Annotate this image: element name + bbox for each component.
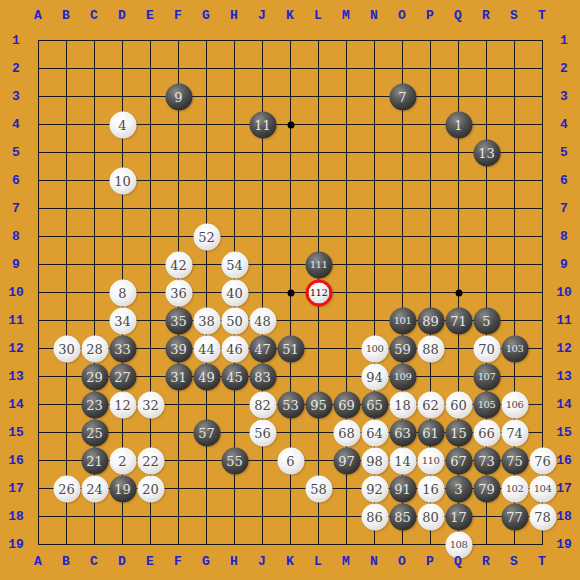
col-label-d-bottom: D <box>118 554 126 569</box>
row-label-18-right: 18 <box>556 509 572 524</box>
row-label-10-right: 10 <box>556 285 572 300</box>
stone-white-n15: 64 <box>361 419 388 446</box>
stone-white-n12: 100 <box>361 335 388 362</box>
col-label-j-top: J <box>258 8 266 23</box>
row-label-4-right: 4 <box>560 117 568 132</box>
stone-black-p15: 61 <box>417 419 444 446</box>
row-label-9-left: 9 <box>12 257 20 272</box>
stone-black-l9: 111 <box>305 251 332 278</box>
row-label-8-right: 8 <box>560 229 568 244</box>
row-label-9-right: 9 <box>560 257 568 272</box>
stone-white-m15: 68 <box>333 419 360 446</box>
stone-black-q16: 67 <box>445 447 472 474</box>
row-label-10-left: 10 <box>8 285 24 300</box>
stone-white-h9: 54 <box>221 251 248 278</box>
stone-white-b17: 26 <box>53 475 80 502</box>
stone-white-n13: 94 <box>361 363 388 390</box>
stone-black-r14: 105 <box>473 391 500 418</box>
stone-black-c13: 29 <box>81 363 108 390</box>
row-label-19-left: 19 <box>8 537 24 552</box>
stone-white-p16: 110 <box>417 447 444 474</box>
stone-white-s14: 106 <box>501 391 528 418</box>
stone-black-d13: 27 <box>109 363 136 390</box>
stone-black-m14: 69 <box>333 391 360 418</box>
col-label-l-bottom: L <box>314 554 322 569</box>
stone-white-t16: 76 <box>529 447 556 474</box>
stone-white-j11: 48 <box>249 307 276 334</box>
stone-white-p18: 80 <box>417 503 444 530</box>
row-label-16-left: 16 <box>8 453 24 468</box>
col-label-t-top: T <box>538 8 546 23</box>
stone-black-c16: 21 <box>81 447 108 474</box>
col-label-q-top: Q <box>454 8 462 23</box>
col-label-c-top: C <box>90 8 98 23</box>
stone-white-d4: 4 <box>109 111 136 138</box>
col-label-e-bottom: E <box>146 554 154 569</box>
stone-white-c12: 28 <box>81 335 108 362</box>
col-label-t-bottom: T <box>538 554 546 569</box>
col-label-j-bottom: J <box>258 554 266 569</box>
stone-black-p11: 89 <box>417 307 444 334</box>
stone-white-d10: 8 <box>109 279 136 306</box>
row-label-14-right: 14 <box>556 397 572 412</box>
stone-black-d12: 33 <box>109 335 136 362</box>
stone-white-e14: 32 <box>137 391 164 418</box>
stone-white-l17: 58 <box>305 475 332 502</box>
stone-white-p12: 88 <box>417 335 444 362</box>
stone-black-c15: 25 <box>81 419 108 446</box>
row-label-6-left: 6 <box>12 173 20 188</box>
stone-white-g8: 52 <box>193 223 220 250</box>
stone-white-t17: 104 <box>529 475 556 502</box>
stone-black-h16: 55 <box>221 447 248 474</box>
stone-black-j4: 11 <box>249 111 276 138</box>
stone-white-d14: 12 <box>109 391 136 418</box>
stone-black-c14: 23 <box>81 391 108 418</box>
stone-black-q18: 17 <box>445 503 472 530</box>
col-label-r-bottom: R <box>482 554 490 569</box>
stone-black-r13: 107 <box>473 363 500 390</box>
stone-black-q15: 15 <box>445 419 472 446</box>
col-label-c-bottom: C <box>90 554 98 569</box>
stone-white-r12: 70 <box>473 335 500 362</box>
stone-white-s15: 74 <box>501 419 528 446</box>
row-label-12-right: 12 <box>556 341 572 356</box>
stone-white-d6: 10 <box>109 167 136 194</box>
stone-black-r11: 5 <box>473 307 500 334</box>
row-label-7-left: 7 <box>12 201 20 216</box>
stone-black-s16: 75 <box>501 447 528 474</box>
col-label-o-bottom: O <box>398 554 406 569</box>
star-point-k4 <box>287 121 294 128</box>
row-label-8-left: 8 <box>12 229 20 244</box>
stone-black-s18: 77 <box>501 503 528 530</box>
go-board-app: 1234567891011121314151617181920212223242… <box>0 0 580 580</box>
row-label-16-right: 16 <box>556 453 572 468</box>
col-label-l-top: L <box>314 8 322 23</box>
stone-white-j15: 56 <box>249 419 276 446</box>
col-label-a-top: A <box>34 8 42 23</box>
stone-black-g13: 49 <box>193 363 220 390</box>
stone-white-s17: 102 <box>501 475 528 502</box>
col-label-k-bottom: K <box>286 554 294 569</box>
stone-white-k16: 6 <box>277 447 304 474</box>
stone-white-d11: 34 <box>109 307 136 334</box>
stone-black-m16: 97 <box>333 447 360 474</box>
stone-white-g12: 44 <box>193 335 220 362</box>
stone-black-f13: 31 <box>165 363 192 390</box>
stone-black-r5: 13 <box>473 139 500 166</box>
col-label-g-top: G <box>202 8 210 23</box>
stone-black-k14: 53 <box>277 391 304 418</box>
stone-white-l10: 112 <box>305 279 332 306</box>
stone-white-g11: 38 <box>193 307 220 334</box>
stone-white-r15: 66 <box>473 419 500 446</box>
stone-white-n16: 98 <box>361 447 388 474</box>
stone-black-f11: 35 <box>165 307 192 334</box>
row-label-18-left: 18 <box>8 509 24 524</box>
row-label-11-right: 11 <box>556 313 572 328</box>
row-label-7-right: 7 <box>560 201 568 216</box>
col-label-d-top: D <box>118 8 126 23</box>
col-label-g-bottom: G <box>202 554 210 569</box>
row-label-2-left: 2 <box>12 61 20 76</box>
row-label-13-left: 13 <box>8 369 24 384</box>
col-label-f-bottom: F <box>174 554 182 569</box>
row-label-5-left: 5 <box>12 145 20 160</box>
stone-white-f9: 42 <box>165 251 192 278</box>
row-label-14-left: 14 <box>8 397 24 412</box>
col-label-e-top: E <box>146 8 154 23</box>
col-label-m-bottom: M <box>342 554 350 569</box>
stone-black-j12: 47 <box>249 335 276 362</box>
row-label-12-left: 12 <box>8 341 24 356</box>
row-label-2-right: 2 <box>560 61 568 76</box>
stone-black-g15: 57 <box>193 419 220 446</box>
stone-white-f10: 36 <box>165 279 192 306</box>
stone-black-l14: 95 <box>305 391 332 418</box>
col-label-b-bottom: B <box>62 554 70 569</box>
col-label-n-top: N <box>370 8 378 23</box>
row-label-4-left: 4 <box>12 117 20 132</box>
row-label-15-left: 15 <box>8 425 24 440</box>
col-label-f-top: F <box>174 8 182 23</box>
stone-black-q4: 1 <box>445 111 472 138</box>
stone-white-d16: 2 <box>109 447 136 474</box>
row-label-1-right: 1 <box>560 33 568 48</box>
star-point-k10 <box>287 289 294 296</box>
stone-black-o17: 91 <box>389 475 416 502</box>
board-grid[interactable]: 1234567891011121314151617181920212223242… <box>38 40 543 545</box>
col-label-k-top: K <box>286 8 294 23</box>
row-label-6-right: 6 <box>560 173 568 188</box>
stone-black-d17: 19 <box>109 475 136 502</box>
stone-black-o12: 59 <box>389 335 416 362</box>
col-label-h-bottom: H <box>230 554 238 569</box>
row-label-13-right: 13 <box>556 369 572 384</box>
stone-black-o13: 109 <box>389 363 416 390</box>
stone-black-r17: 79 <box>473 475 500 502</box>
stone-white-e16: 22 <box>137 447 164 474</box>
stone-white-p17: 16 <box>417 475 444 502</box>
stone-white-h10: 40 <box>221 279 248 306</box>
row-label-3-right: 3 <box>560 89 568 104</box>
col-label-o-top: O <box>398 8 406 23</box>
row-label-11-left: 11 <box>8 313 24 328</box>
stone-white-b12: 30 <box>53 335 80 362</box>
col-label-q-bottom: Q <box>454 554 462 569</box>
col-label-p-bottom: P <box>426 554 434 569</box>
stone-black-o18: 85 <box>389 503 416 530</box>
stone-white-h11: 50 <box>221 307 248 334</box>
stone-black-h13: 45 <box>221 363 248 390</box>
row-label-17-left: 17 <box>8 481 24 496</box>
col-label-s-bottom: S <box>510 554 518 569</box>
stone-black-q11: 71 <box>445 307 472 334</box>
stone-black-j13: 83 <box>249 363 276 390</box>
stone-black-k12: 51 <box>277 335 304 362</box>
col-label-s-top: S <box>510 8 518 23</box>
col-label-r-top: R <box>482 8 490 23</box>
row-label-3-left: 3 <box>12 89 20 104</box>
col-label-h-top: H <box>230 8 238 23</box>
stone-black-r16: 73 <box>473 447 500 474</box>
stone-white-t18: 78 <box>529 503 556 530</box>
row-label-15-right: 15 <box>556 425 572 440</box>
stone-black-n14: 65 <box>361 391 388 418</box>
col-label-p-top: P <box>426 8 434 23</box>
stone-white-c17: 24 <box>81 475 108 502</box>
stone-black-o3: 7 <box>389 83 416 110</box>
stone-white-h12: 46 <box>221 335 248 362</box>
stone-white-e17: 20 <box>137 475 164 502</box>
stone-white-o16: 14 <box>389 447 416 474</box>
stone-white-n17: 92 <box>361 475 388 502</box>
row-label-1-left: 1 <box>12 33 20 48</box>
stone-black-f12: 39 <box>165 335 192 362</box>
stone-black-s12: 103 <box>501 335 528 362</box>
col-label-b-top: B <box>62 8 70 23</box>
stone-white-o14: 18 <box>389 391 416 418</box>
stone-white-p14: 62 <box>417 391 444 418</box>
stone-black-o15: 63 <box>389 419 416 446</box>
stone-white-j14: 82 <box>249 391 276 418</box>
row-label-17-right: 17 <box>556 481 572 496</box>
stone-black-o11: 101 <box>389 307 416 334</box>
col-label-n-bottom: N <box>370 554 378 569</box>
stone-white-n18: 86 <box>361 503 388 530</box>
col-label-m-top: M <box>342 8 350 23</box>
stone-black-q17: 3 <box>445 475 472 502</box>
col-label-a-bottom: A <box>34 554 42 569</box>
row-label-19-right: 19 <box>556 537 572 552</box>
stone-white-q14: 60 <box>445 391 472 418</box>
row-label-5-right: 5 <box>560 145 568 160</box>
stone-black-f3: 9 <box>165 83 192 110</box>
star-point-q10 <box>455 289 462 296</box>
